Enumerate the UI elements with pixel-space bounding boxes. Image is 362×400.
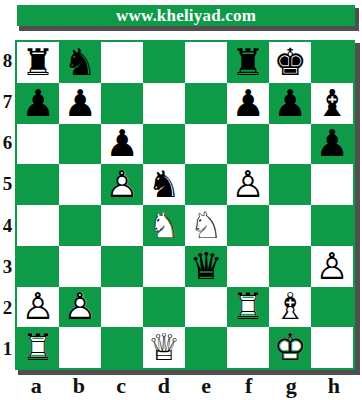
rank-label-1: 1 (0, 329, 15, 370)
white-knight: ♞♘ (185, 205, 227, 246)
square-e8[interactable] (185, 42, 227, 83)
rank-label-7: 7 (0, 81, 15, 122)
black-pawn: ♟ (227, 83, 269, 124)
square-b4[interactable] (59, 205, 101, 246)
white-pawn: ♟♙ (17, 287, 59, 328)
square-e5[interactable] (185, 164, 227, 205)
square-b5[interactable] (59, 164, 101, 205)
square-a2[interactable]: ♟♙ (17, 287, 59, 328)
file-label-b: b (58, 373, 101, 399)
square-g5[interactable] (269, 164, 311, 205)
square-b3[interactable] (59, 246, 101, 287)
square-e4[interactable]: ♞♘ (185, 205, 227, 246)
file-label-e: e (185, 373, 228, 399)
square-f4[interactable] (227, 205, 269, 246)
square-e7[interactable] (185, 83, 227, 124)
square-a4[interactable] (17, 205, 59, 246)
white-pawn: ♟♙ (227, 164, 269, 205)
square-b8[interactable]: ♞ (59, 42, 101, 83)
rank-label-6: 6 (0, 123, 15, 164)
square-d4[interactable]: ♞♘ (143, 205, 185, 246)
square-g2[interactable]: ♝♗ (269, 287, 311, 328)
rank-label-3: 3 (0, 246, 15, 287)
square-f5[interactable]: ♟♙ (227, 164, 269, 205)
square-h6[interactable]: ♟ (311, 124, 353, 165)
square-b6[interactable] (59, 124, 101, 165)
rank-label-5: 5 (0, 164, 15, 205)
square-c3[interactable] (101, 246, 143, 287)
white-pawn: ♟♙ (311, 246, 353, 287)
square-h8[interactable] (311, 42, 353, 83)
square-f3[interactable] (227, 246, 269, 287)
square-d3[interactable] (143, 246, 185, 287)
white-pawn: ♟♙ (59, 287, 101, 328)
black-bishop: ♝ (311, 83, 353, 124)
white-knight: ♞♘ (143, 205, 185, 246)
square-d7[interactable] (143, 83, 185, 124)
black-pawn: ♟ (59, 83, 101, 124)
square-c6[interactable]: ♟ (101, 124, 143, 165)
square-a1[interactable]: ♜♖ (17, 327, 59, 368)
square-g7[interactable]: ♟ (269, 83, 311, 124)
white-king: ♚♔ (269, 327, 311, 368)
file-label-g: g (270, 373, 313, 399)
square-a5[interactable] (17, 164, 59, 205)
rank-label-8: 8 (0, 40, 15, 81)
board-frame: ♜♞♜♚♟♟♟♟♝♟♟♟♙♞♟♙♞♘♞♘♛♟♙♟♙♟♙♜♖♝♗♜♖♛♕♚♔ (15, 40, 355, 370)
square-a8[interactable]: ♜ (17, 42, 59, 83)
black-pawn: ♟ (311, 124, 353, 165)
square-b1[interactable] (59, 327, 101, 368)
black-pawn: ♟ (269, 83, 311, 124)
square-a3[interactable] (17, 246, 59, 287)
square-c8[interactable] (101, 42, 143, 83)
site-title: www.kheliyad.com (116, 7, 256, 24)
square-f7[interactable]: ♟ (227, 83, 269, 124)
square-e3[interactable]: ♛ (185, 246, 227, 287)
white-pawn: ♟♙ (101, 164, 143, 205)
square-c1[interactable] (101, 327, 143, 368)
square-h5[interactable] (311, 164, 353, 205)
black-king: ♚ (269, 42, 311, 83)
square-a6[interactable] (17, 124, 59, 165)
square-f2[interactable]: ♜♖ (227, 287, 269, 328)
square-e1[interactable] (185, 327, 227, 368)
file-labels: abcdefgh (15, 373, 355, 399)
square-d5[interactable]: ♞ (143, 164, 185, 205)
square-g4[interactable] (269, 205, 311, 246)
square-h3[interactable]: ♟♙ (311, 246, 353, 287)
black-rook: ♜ (227, 42, 269, 83)
black-queen: ♛ (185, 246, 227, 287)
square-c2[interactable] (101, 287, 143, 328)
square-f8[interactable]: ♜ (227, 42, 269, 83)
file-label-d: d (143, 373, 186, 399)
square-c4[interactable] (101, 205, 143, 246)
white-rook: ♜♖ (227, 287, 269, 328)
square-d8[interactable] (143, 42, 185, 83)
square-e6[interactable] (185, 124, 227, 165)
square-b2[interactable]: ♟♙ (59, 287, 101, 328)
page: www.kheliyad.com 87654321 ♜♞♜♚♟♟♟♟♝♟♟♟♙♞… (0, 0, 362, 400)
square-h7[interactable]: ♝ (311, 83, 353, 124)
square-c7[interactable] (101, 83, 143, 124)
file-label-h: h (313, 373, 356, 399)
square-d2[interactable] (143, 287, 185, 328)
rank-labels: 87654321 (0, 40, 15, 370)
square-h1[interactable] (311, 327, 353, 368)
white-bishop: ♝♗ (269, 287, 311, 328)
square-d6[interactable] (143, 124, 185, 165)
square-b7[interactable]: ♟ (59, 83, 101, 124)
square-g6[interactable] (269, 124, 311, 165)
file-label-a: a (15, 373, 58, 399)
rank-label-4: 4 (0, 205, 15, 246)
square-g8[interactable]: ♚ (269, 42, 311, 83)
square-c5[interactable]: ♟♙ (101, 164, 143, 205)
square-e2[interactable] (185, 287, 227, 328)
black-rook: ♜ (17, 42, 59, 83)
black-knight: ♞ (143, 164, 185, 205)
square-g3[interactable] (269, 246, 311, 287)
square-h4[interactable] (311, 205, 353, 246)
file-label-f: f (228, 373, 271, 399)
file-label-c: c (100, 373, 143, 399)
chess-board: ♜♞♜♚♟♟♟♟♝♟♟♟♙♞♟♙♞♘♞♘♛♟♙♟♙♟♙♜♖♝♗♜♖♛♕♚♔ (17, 42, 353, 368)
square-h2[interactable] (311, 287, 353, 328)
black-knight: ♞ (59, 42, 101, 83)
square-g1[interactable]: ♚♔ (269, 327, 311, 368)
rank-label-2: 2 (0, 288, 15, 329)
white-rook: ♜♖ (17, 327, 59, 368)
black-pawn: ♟ (17, 83, 59, 124)
square-d1[interactable]: ♛♕ (143, 327, 185, 368)
site-banner: www.kheliyad.com (17, 5, 355, 26)
square-f6[interactable] (227, 124, 269, 165)
black-pawn: ♟ (101, 124, 143, 165)
square-a7[interactable]: ♟ (17, 83, 59, 124)
white-queen: ♛♕ (143, 327, 185, 368)
square-f1[interactable] (227, 327, 269, 368)
